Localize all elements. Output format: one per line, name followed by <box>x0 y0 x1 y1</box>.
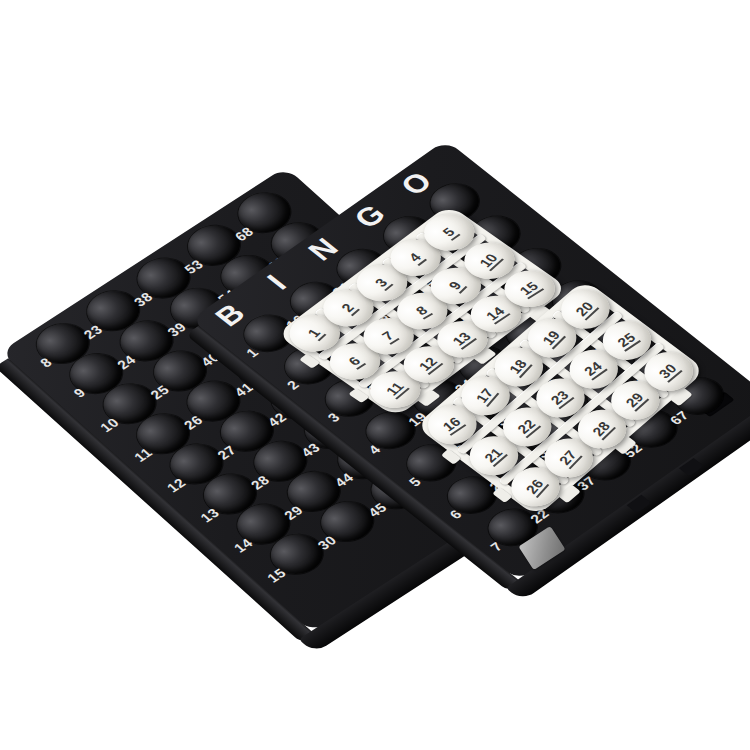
ball-number: 30 <box>655 361 682 383</box>
ball-number: 4 <box>405 250 427 266</box>
hole-number-label-9: 9 <box>48 385 88 414</box>
ball-number: 18 <box>506 356 533 377</box>
ball-number: 20 <box>572 299 599 321</box>
ball-number: 3 <box>371 275 393 290</box>
ball-number: 13 <box>448 329 476 349</box>
ball-number: 9 <box>445 278 467 293</box>
ball-number: 8 <box>412 303 433 319</box>
ball-number: 22 <box>514 416 541 438</box>
bingo-set-photo: 8233853689243954691025405570112641567112… <box>0 0 750 750</box>
hole-number-label-11: 11 <box>115 445 155 474</box>
ball-number: 23 <box>547 387 574 409</box>
ball-number: 14 <box>482 304 510 324</box>
ball-number: 10 <box>476 251 504 271</box>
ball-number: 15 <box>516 279 544 299</box>
ball-number: 27 <box>555 447 582 469</box>
ball-number: 21 <box>480 445 507 467</box>
ball-number: 17 <box>472 385 498 406</box>
ball-number: 25 <box>614 330 641 352</box>
hole-number-label-15: 15 <box>249 566 289 595</box>
hole-number-label-8: 8 <box>15 355 55 384</box>
hole-number-label-14: 14 <box>216 535 256 564</box>
ball-number: 28 <box>589 418 616 440</box>
ball-number: 6 <box>344 354 365 370</box>
ball-number: 24 <box>580 358 607 380</box>
ball-number: 19 <box>539 327 566 349</box>
ball-number: 5 <box>438 225 460 241</box>
ball-number: 12 <box>415 354 443 374</box>
ball-number: 16 <box>439 414 466 436</box>
ball-number: 11 <box>382 380 409 400</box>
ball-number: 2 <box>337 301 359 316</box>
hole-number-label-10: 10 <box>82 415 122 444</box>
ball-number: 1 <box>304 326 326 341</box>
ball-number: 29 <box>622 390 649 412</box>
hole-number-label-13: 13 <box>182 505 222 534</box>
hole-number-label-12: 12 <box>149 475 189 504</box>
ball-number: 7 <box>378 328 399 344</box>
ball-number: 26 <box>522 476 549 497</box>
